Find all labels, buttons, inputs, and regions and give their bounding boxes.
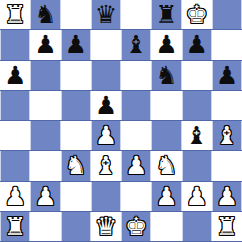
- square-g7[interactable]: ♟: [182, 30, 212, 60]
- white-pawn-icon: ♟: [125, 151, 147, 180]
- square-g6[interactable]: [182, 61, 212, 91]
- square-a2[interactable]: ♟: [0, 182, 30, 212]
- square-f7[interactable]: ♟: [151, 30, 181, 60]
- black-pawn-icon: ♟: [95, 91, 117, 120]
- square-c1[interactable]: [61, 212, 91, 242]
- square-a8[interactable]: ♜: [0, 0, 30, 30]
- square-c2[interactable]: [61, 182, 91, 212]
- square-d5[interactable]: ♟: [91, 91, 121, 121]
- square-a4[interactable]: [0, 121, 30, 151]
- square-g4[interactable]: ♝: [182, 121, 212, 151]
- black-pawn-icon: ♟: [185, 30, 207, 59]
- white-rook-icon: ♜: [4, 212, 26, 241]
- white-king-icon: ♚: [185, 0, 207, 29]
- white-queen-icon: ♛: [95, 212, 117, 241]
- white-rook-icon: ♜: [216, 212, 238, 241]
- square-b4[interactable]: [30, 121, 60, 151]
- square-f3[interactable]: ♞: [151, 151, 181, 181]
- square-f8[interactable]: ♜: [151, 0, 181, 30]
- square-h8[interactable]: [212, 0, 242, 30]
- square-d6[interactable]: [91, 61, 121, 91]
- white-king-icon: ♚: [125, 212, 147, 241]
- square-c8[interactable]: [61, 0, 91, 30]
- square-c7[interactable]: ♟: [61, 30, 91, 60]
- square-g2[interactable]: ♟: [182, 182, 212, 212]
- square-d8[interactable]: ♛: [91, 0, 121, 30]
- black-pawn-icon: ♟: [4, 61, 26, 90]
- chess-board: ♜♞♛♜♚♟♟♝♟♟♟♞♟♟♟♝♝♞♝♟♞♟♟♟♟♟♜♛♚♜: [0, 0, 242, 242]
- black-bishop-icon: ♝: [125, 30, 147, 59]
- square-e5[interactable]: [121, 91, 151, 121]
- square-h7[interactable]: [212, 30, 242, 60]
- white-pawn-icon: ♟: [4, 182, 26, 211]
- square-b1[interactable]: [30, 212, 60, 242]
- square-a3[interactable]: [0, 151, 30, 181]
- square-g1[interactable]: [182, 212, 212, 242]
- square-d1[interactable]: ♛: [91, 212, 121, 242]
- square-f1[interactable]: [151, 212, 181, 242]
- square-e4[interactable]: [121, 121, 151, 151]
- square-g5[interactable]: [182, 91, 212, 121]
- square-e8[interactable]: [121, 0, 151, 30]
- square-a6[interactable]: ♟: [0, 61, 30, 91]
- black-bishop-icon: ♝: [185, 121, 207, 150]
- square-f2[interactable]: ♟: [151, 182, 181, 212]
- white-knight-icon: ♞: [155, 151, 177, 180]
- white-rook-icon: ♜: [4, 0, 26, 29]
- white-knight-icon: ♞: [64, 151, 86, 180]
- square-h5[interactable]: [212, 91, 242, 121]
- white-bishop-icon: ♝: [95, 151, 117, 180]
- white-pawn-icon: ♟: [155, 182, 177, 211]
- square-g8[interactable]: ♚: [182, 0, 212, 30]
- square-d4[interactable]: ♟: [91, 121, 121, 151]
- square-b5[interactable]: [30, 91, 60, 121]
- black-pawn-icon: ♟: [34, 30, 56, 59]
- square-b2[interactable]: ♟: [30, 182, 60, 212]
- white-pawn-icon: ♟: [95, 121, 117, 150]
- white-pawn-icon: ♟: [185, 182, 207, 211]
- square-c5[interactable]: [61, 91, 91, 121]
- black-pawn-icon: ♟: [64, 30, 86, 59]
- square-f4[interactable]: [151, 121, 181, 151]
- black-pawn-icon: ♟: [155, 30, 177, 59]
- black-queen-icon: ♛: [95, 0, 117, 29]
- white-pawn-icon: ♟: [34, 182, 56, 211]
- square-e1[interactable]: ♚: [121, 212, 151, 242]
- square-f6[interactable]: ♞: [151, 61, 181, 91]
- square-e7[interactable]: ♝: [121, 30, 151, 60]
- square-a5[interactable]: [0, 91, 30, 121]
- black-pawn-icon: ♟: [216, 61, 238, 90]
- square-a1[interactable]: ♜: [0, 212, 30, 242]
- square-h2[interactable]: ♟: [212, 182, 242, 212]
- square-c6[interactable]: [61, 61, 91, 91]
- black-knight-icon: ♞: [155, 61, 177, 90]
- square-h6[interactable]: ♟: [212, 61, 242, 91]
- square-c4[interactable]: [61, 121, 91, 151]
- square-e2[interactable]: [121, 182, 151, 212]
- square-d2[interactable]: [91, 182, 121, 212]
- square-e3[interactable]: ♟: [121, 151, 151, 181]
- square-b7[interactable]: ♟: [30, 30, 60, 60]
- white-pawn-icon: ♟: [216, 182, 238, 211]
- square-g3[interactable]: [182, 151, 212, 181]
- square-b8[interactable]: ♞: [30, 0, 60, 30]
- white-bishop-icon: ♝: [216, 121, 238, 150]
- square-d3[interactable]: ♝: [91, 151, 121, 181]
- square-e6[interactable]: [121, 61, 151, 91]
- black-knight-icon: ♞: [34, 0, 56, 29]
- square-c3[interactable]: ♞: [61, 151, 91, 181]
- square-a7[interactable]: [0, 30, 30, 60]
- square-d7[interactable]: [91, 30, 121, 60]
- square-f5[interactable]: [151, 91, 181, 121]
- square-h4[interactable]: ♝: [212, 121, 242, 151]
- square-h3[interactable]: [212, 151, 242, 181]
- square-b3[interactable]: [30, 151, 60, 181]
- square-b6[interactable]: [30, 61, 60, 91]
- square-h1[interactable]: ♜: [212, 212, 242, 242]
- black-rook-icon: ♜: [155, 0, 177, 29]
